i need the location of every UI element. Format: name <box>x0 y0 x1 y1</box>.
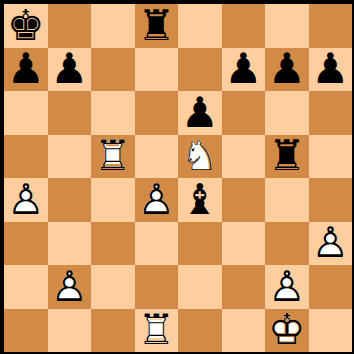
square-f4[interactable] <box>222 178 266 222</box>
piece-white-pawn[interactable]: ♟♙ <box>309 222 353 266</box>
square-e1[interactable] <box>178 309 222 353</box>
square-e8[interactable] <box>178 4 222 48</box>
square-a1[interactable] <box>4 309 48 353</box>
square-a5[interactable] <box>4 135 48 179</box>
square-d3[interactable] <box>135 222 179 266</box>
square-e2[interactable] <box>178 265 222 309</box>
piece-black-rook[interactable]: ♜ <box>135 4 179 48</box>
square-h3[interactable]: ♟♙ <box>309 222 353 266</box>
square-h4[interactable] <box>309 178 353 222</box>
square-f1[interactable] <box>222 309 266 353</box>
square-g5[interactable]: ♜ <box>265 135 309 179</box>
square-h8[interactable] <box>309 4 353 48</box>
square-a4[interactable]: ♟♙ <box>4 178 48 222</box>
square-d7[interactable] <box>135 48 179 92</box>
square-d8[interactable]: ♜ <box>135 4 179 48</box>
square-g4[interactable] <box>265 178 309 222</box>
square-b5[interactable] <box>48 135 92 179</box>
square-d5[interactable] <box>135 135 179 179</box>
square-b6[interactable] <box>48 91 92 135</box>
square-a7[interactable]: ♟ <box>4 48 48 92</box>
square-f3[interactable] <box>222 222 266 266</box>
square-a8[interactable]: ♚ <box>4 4 48 48</box>
square-c4[interactable] <box>91 178 135 222</box>
square-h1[interactable] <box>309 309 353 353</box>
piece-outline-glyph: ♖ <box>135 309 179 353</box>
piece-outline-glyph: ♙ <box>4 178 48 222</box>
piece-black-pawn[interactable]: ♟ <box>265 48 309 92</box>
square-h6[interactable] <box>309 91 353 135</box>
square-e4[interactable]: ♝ <box>178 178 222 222</box>
square-d1[interactable]: ♜♖ <box>135 309 179 353</box>
piece-black-pawn[interactable]: ♟ <box>48 48 92 92</box>
piece-outline-glyph: ♙ <box>48 265 92 309</box>
square-g8[interactable] <box>265 4 309 48</box>
square-a2[interactable] <box>4 265 48 309</box>
piece-outline-glyph: ♖ <box>91 135 135 179</box>
square-c2[interactable] <box>91 265 135 309</box>
square-c3[interactable] <box>91 222 135 266</box>
square-a6[interactable] <box>4 91 48 135</box>
square-h2[interactable] <box>309 265 353 309</box>
piece-black-pawn[interactable]: ♟ <box>222 48 266 92</box>
square-a3[interactable] <box>4 222 48 266</box>
square-b8[interactable] <box>48 4 92 48</box>
square-e7[interactable] <box>178 48 222 92</box>
piece-white-pawn[interactable]: ♟♙ <box>265 265 309 309</box>
square-g3[interactable] <box>265 222 309 266</box>
square-b4[interactable] <box>48 178 92 222</box>
square-b1[interactable] <box>48 309 92 353</box>
square-e3[interactable] <box>178 222 222 266</box>
chess-board-frame: ♚♜♟♟♟♟♟♟♜♖♞♘♜♟♙♟♙♝♟♙♟♙♟♙♜♖♚♔ <box>0 0 354 354</box>
square-e6[interactable]: ♟ <box>178 91 222 135</box>
square-f8[interactable] <box>222 4 266 48</box>
piece-outline-glyph: ♔ <box>265 309 309 353</box>
piece-black-pawn[interactable]: ♟ <box>178 91 222 135</box>
square-d4[interactable]: ♟♙ <box>135 178 179 222</box>
piece-black-king[interactable]: ♚ <box>4 4 48 48</box>
square-g1[interactable]: ♚♔ <box>265 309 309 353</box>
piece-white-pawn[interactable]: ♟♙ <box>135 178 179 222</box>
square-f7[interactable]: ♟ <box>222 48 266 92</box>
piece-black-rook[interactable]: ♜ <box>265 135 309 179</box>
piece-outline-glyph: ♙ <box>135 178 179 222</box>
piece-black-pawn[interactable]: ♟ <box>309 48 353 92</box>
square-e5[interactable]: ♞♘ <box>178 135 222 179</box>
square-g2[interactable]: ♟♙ <box>265 265 309 309</box>
square-f6[interactable] <box>222 91 266 135</box>
square-d6[interactable] <box>135 91 179 135</box>
piece-black-pawn[interactable]: ♟ <box>4 48 48 92</box>
piece-outline-glyph: ♘ <box>178 135 222 179</box>
piece-white-pawn[interactable]: ♟♙ <box>4 178 48 222</box>
square-b2[interactable]: ♟♙ <box>48 265 92 309</box>
piece-outline-glyph: ♙ <box>309 222 353 266</box>
square-b3[interactable] <box>48 222 92 266</box>
piece-white-rook[interactable]: ♜♖ <box>135 309 179 353</box>
square-c5[interactable]: ♜♖ <box>91 135 135 179</box>
square-c8[interactable] <box>91 4 135 48</box>
square-d2[interactable] <box>135 265 179 309</box>
square-c1[interactable] <box>91 309 135 353</box>
square-h5[interactable] <box>309 135 353 179</box>
piece-white-king[interactable]: ♚♔ <box>265 309 309 353</box>
square-g6[interactable] <box>265 91 309 135</box>
square-h7[interactable]: ♟ <box>309 48 353 92</box>
piece-white-knight[interactable]: ♞♘ <box>178 135 222 179</box>
square-b7[interactable]: ♟ <box>48 48 92 92</box>
piece-black-bishop[interactable]: ♝ <box>178 178 222 222</box>
piece-white-pawn[interactable]: ♟♙ <box>48 265 92 309</box>
square-g7[interactable]: ♟ <box>265 48 309 92</box>
piece-outline-glyph: ♙ <box>265 265 309 309</box>
piece-white-rook[interactable]: ♜♖ <box>91 135 135 179</box>
square-f2[interactable] <box>222 265 266 309</box>
square-f5[interactable] <box>222 135 266 179</box>
square-c7[interactable] <box>91 48 135 92</box>
chess-board: ♚♜♟♟♟♟♟♟♜♖♞♘♜♟♙♟♙♝♟♙♟♙♟♙♜♖♚♔ <box>4 4 352 352</box>
square-c6[interactable] <box>91 91 135 135</box>
